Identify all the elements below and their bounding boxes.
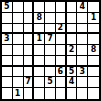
cell-r4c9[interactable] [88,34,99,45]
cell-r3c3[interactable] [24,24,35,35]
cell-r7c4[interactable] [34,67,45,78]
cell-r7c7[interactable]: 5 [67,67,78,78]
cell-r1c2[interactable] [13,2,24,13]
cell-r7c2[interactable] [13,67,24,78]
cell-r3c4[interactable] [34,24,45,35]
cell-r9c3[interactable] [24,88,35,99]
cell-r9c2[interactable]: 1 [13,88,24,99]
cell-r6c9[interactable] [88,56,99,67]
cell-r4c2[interactable] [13,34,24,45]
cell-r1c1[interactable]: 5 [2,2,13,13]
cell-r8c1[interactable] [2,77,13,88]
cell-r6c3[interactable] [24,56,35,67]
cell-r3c5[interactable] [45,24,56,35]
cell-r1c9[interactable] [88,2,99,13]
cell-r8c2[interactable] [13,77,24,88]
cell-r3c9[interactable] [88,24,99,35]
cell-r4c3[interactable] [24,34,35,45]
cell-r1c8[interactable]: 4 [77,2,88,13]
cell-r3c6[interactable]: 2 [56,24,67,35]
cell-r4c1[interactable]: 3 [2,34,13,45]
cell-r1c3[interactable] [24,2,35,13]
cell-r6c7[interactable] [67,56,78,67]
cell-r8c4[interactable] [34,77,45,88]
cell-r7c9[interactable] [88,67,99,78]
cell-r1c6[interactable] [56,2,67,13]
cell-r4c7[interactable] [67,34,78,45]
cell-r1c4[interactable] [34,2,45,13]
cell-r5c3[interactable] [24,45,35,56]
cell-r3c8[interactable] [77,24,88,35]
cell-r5c1[interactable] [2,45,13,56]
cell-r6c8[interactable] [77,56,88,67]
cell-r7c8[interactable]: 3 [77,67,88,78]
cell-r6c6[interactable] [56,56,67,67]
cell-r7c5[interactable] [45,67,56,78]
cell-r6c2[interactable] [13,56,24,67]
cell-r2c7[interactable] [67,13,78,24]
cell-r9c6[interactable] [56,88,67,99]
cell-r2c3[interactable] [24,13,35,24]
cell-r5c4[interactable] [34,45,45,56]
cell-r1c7[interactable] [67,2,78,13]
cell-r4c5[interactable]: 7 [45,34,56,45]
cell-r9c9[interactable] [88,88,99,99]
cell-r2c8[interactable] [77,13,88,24]
cell-r2c6[interactable] [56,13,67,24]
cell-r9c4[interactable] [34,88,45,99]
cell-r2c4[interactable]: 8 [34,13,45,24]
cell-r8c3[interactable]: 7 [24,77,35,88]
cell-r3c7[interactable] [67,24,78,35]
cell-r5c8[interactable] [77,45,88,56]
cell-r7c1[interactable] [2,67,13,78]
cell-r6c5[interactable] [45,56,56,67]
cell-r5c7[interactable]: 2 [67,45,78,56]
cell-r6c4[interactable] [34,56,45,67]
cell-r9c7[interactable] [67,88,78,99]
cell-r1c5[interactable] [45,2,56,13]
cell-r7c6[interactable]: 6 [56,67,67,78]
cell-r5c2[interactable] [13,45,24,56]
cell-r8c9[interactable] [88,77,99,88]
cell-r8c8[interactable] [77,77,88,88]
cell-r8c7[interactable]: 4 [67,77,78,88]
cell-r9c5[interactable] [45,88,56,99]
cell-r2c9[interactable]: 1 [88,13,99,24]
cell-r7c3[interactable] [24,67,35,78]
cell-r9c1[interactable] [2,88,13,99]
sudoku-board: 54812317286537541 [0,0,101,101]
cell-r6c1[interactable] [2,56,13,67]
cell-r4c4[interactable]: 1 [34,34,45,45]
cell-r8c5[interactable]: 5 [45,77,56,88]
cell-r8c6[interactable] [56,77,67,88]
cell-r2c2[interactable] [13,13,24,24]
cell-r5c6[interactable] [56,45,67,56]
cell-r3c1[interactable] [2,24,13,35]
cell-r4c6[interactable] [56,34,67,45]
cell-r9c8[interactable] [77,88,88,99]
cell-r3c2[interactable] [13,24,24,35]
cell-r4c8[interactable] [77,34,88,45]
cell-r5c5[interactable] [45,45,56,56]
cell-r5c9[interactable]: 8 [88,45,99,56]
cell-r2c1[interactable] [2,13,13,24]
cell-r2c5[interactable] [45,13,56,24]
